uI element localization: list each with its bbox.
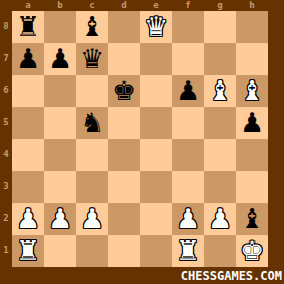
- piece-white-pawn: ♟: [12, 203, 44, 235]
- square-g2[interactable]: ♟: [204, 203, 236, 235]
- piece-black-bishop: ♝: [76, 11, 108, 43]
- piece-black-pawn: ♟: [236, 107, 268, 139]
- square-a8[interactable]: ♜: [12, 11, 44, 43]
- square-b6[interactable]: [44, 75, 76, 107]
- square-g4[interactable]: [204, 139, 236, 171]
- square-b4[interactable]: [44, 139, 76, 171]
- square-b5[interactable]: [44, 107, 76, 139]
- square-e7[interactable]: [140, 43, 172, 75]
- square-a4[interactable]: [12, 139, 44, 171]
- rank-label-6: 6: [0, 75, 12, 107]
- file-label-g: g: [204, 0, 236, 11]
- square-a2[interactable]: ♟: [12, 203, 44, 235]
- square-c3[interactable]: [76, 171, 108, 203]
- square-c1[interactable]: [76, 235, 108, 267]
- piece-black-king: ♚: [108, 75, 140, 107]
- square-d2[interactable]: [108, 203, 140, 235]
- piece-black-rook: ♜: [12, 11, 44, 43]
- piece-white-rook: ♜: [172, 235, 204, 267]
- rank-label-2: 2: [0, 203, 12, 235]
- square-d5[interactable]: [108, 107, 140, 139]
- square-d6[interactable]: ♚: [108, 75, 140, 107]
- piece-black-knight: ♞: [76, 107, 108, 139]
- square-h7[interactable]: [236, 43, 268, 75]
- square-h5[interactable]: ♟: [236, 107, 268, 139]
- piece-white-queen: ♛: [140, 11, 172, 43]
- square-d8[interactable]: [108, 11, 140, 43]
- file-label-a: a: [12, 0, 44, 11]
- piece-black-pawn: ♟: [44, 43, 76, 75]
- square-c2[interactable]: ♟: [76, 203, 108, 235]
- square-h6[interactable]: ♝: [236, 75, 268, 107]
- square-c4[interactable]: [76, 139, 108, 171]
- file-label-b: b: [44, 0, 76, 11]
- square-b8[interactable]: [44, 11, 76, 43]
- square-f1[interactable]: ♜: [172, 235, 204, 267]
- file-label-c: c: [76, 0, 108, 11]
- chess-board: ♜♝♛♟♟♛♚♟♝♝♞♟♟♟♟♟♟♝♜♜♚: [12, 11, 268, 267]
- square-b7[interactable]: ♟: [44, 43, 76, 75]
- square-f8[interactable]: [172, 11, 204, 43]
- square-f5[interactable]: [172, 107, 204, 139]
- square-h4[interactable]: [236, 139, 268, 171]
- square-h3[interactable]: [236, 171, 268, 203]
- square-e5[interactable]: [140, 107, 172, 139]
- square-b1[interactable]: [44, 235, 76, 267]
- square-a1[interactable]: ♜: [12, 235, 44, 267]
- site-logo: CHESSGAMES.COM: [181, 269, 282, 283]
- piece-white-pawn: ♟: [44, 203, 76, 235]
- piece-white-bishop: ♝: [204, 75, 236, 107]
- piece-black-pawn: ♟: [12, 43, 44, 75]
- piece-black-bishop: ♝: [236, 203, 268, 235]
- piece-white-bishop: ♝: [236, 75, 268, 107]
- piece-white-rook: ♜: [12, 235, 44, 267]
- file-labels: abcdefgh: [12, 0, 268, 11]
- square-e2[interactable]: [140, 203, 172, 235]
- rank-label-4: 4: [0, 139, 12, 171]
- piece-black-queen: ♛: [76, 43, 108, 75]
- piece-white-king: ♚: [236, 235, 268, 267]
- square-c5[interactable]: ♞: [76, 107, 108, 139]
- square-d7[interactable]: [108, 43, 140, 75]
- rank-label-5: 5: [0, 107, 12, 139]
- square-d4[interactable]: [108, 139, 140, 171]
- rank-label-7: 7: [0, 43, 12, 75]
- piece-black-pawn: ♟: [172, 75, 204, 107]
- rank-labels: 87654321: [0, 11, 12, 267]
- file-label-h: h: [236, 0, 268, 11]
- square-f4[interactable]: [172, 139, 204, 171]
- square-e4[interactable]: [140, 139, 172, 171]
- square-d1[interactable]: [108, 235, 140, 267]
- square-f7[interactable]: [172, 43, 204, 75]
- square-f2[interactable]: ♟: [172, 203, 204, 235]
- square-e8[interactable]: ♛: [140, 11, 172, 43]
- file-label-d: d: [108, 0, 140, 11]
- square-d3[interactable]: [108, 171, 140, 203]
- square-h8[interactable]: [236, 11, 268, 43]
- square-c6[interactable]: [76, 75, 108, 107]
- square-b2[interactable]: ♟: [44, 203, 76, 235]
- rank-label-8: 8: [0, 11, 12, 43]
- square-a3[interactable]: [12, 171, 44, 203]
- square-g6[interactable]: ♝: [204, 75, 236, 107]
- square-g5[interactable]: [204, 107, 236, 139]
- square-e3[interactable]: [140, 171, 172, 203]
- piece-white-pawn: ♟: [172, 203, 204, 235]
- square-a7[interactable]: ♟: [12, 43, 44, 75]
- square-g3[interactable]: [204, 171, 236, 203]
- file-label-e: e: [140, 0, 172, 11]
- chess-diagram: abcdefgh 87654321 ♜♝♛♟♟♛♚♟♝♝♞♟♟♟♟♟♟♝♜♜♚ …: [0, 0, 284, 284]
- square-g8[interactable]: [204, 11, 236, 43]
- rank-label-3: 3: [0, 171, 12, 203]
- piece-white-pawn: ♟: [76, 203, 108, 235]
- square-f6[interactable]: ♟: [172, 75, 204, 107]
- square-h1[interactable]: ♚: [236, 235, 268, 267]
- square-g7[interactable]: [204, 43, 236, 75]
- square-b3[interactable]: [44, 171, 76, 203]
- rank-label-1: 1: [0, 235, 12, 267]
- file-label-f: f: [172, 0, 204, 11]
- piece-white-pawn: ♟: [204, 203, 236, 235]
- square-h2[interactable]: ♝: [236, 203, 268, 235]
- square-e1[interactable]: [140, 235, 172, 267]
- square-c7[interactable]: ♛: [76, 43, 108, 75]
- square-g1[interactable]: [204, 235, 236, 267]
- square-a6[interactable]: [12, 75, 44, 107]
- square-a5[interactable]: [12, 107, 44, 139]
- square-c8[interactable]: ♝: [76, 11, 108, 43]
- square-e6[interactable]: [140, 75, 172, 107]
- square-f3[interactable]: [172, 171, 204, 203]
